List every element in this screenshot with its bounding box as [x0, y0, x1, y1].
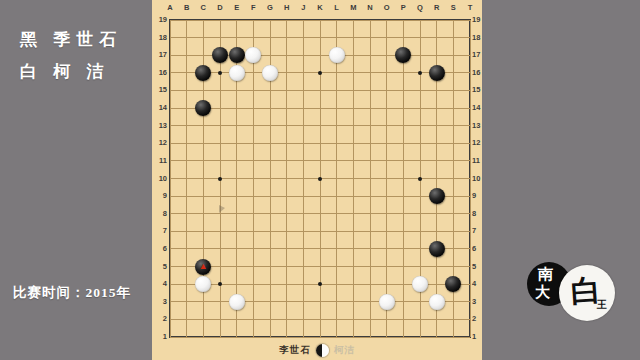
logo-white-disc: 白 王: [559, 265, 615, 321]
col-label: G: [264, 3, 276, 13]
black-stone: [395, 47, 411, 63]
row-label-right: 7: [472, 226, 487, 236]
row-label-right: 14: [472, 103, 487, 113]
logo-black-disc-char-1: 南: [538, 265, 553, 284]
col-label: O: [381, 3, 393, 13]
col-label: F: [247, 3, 259, 13]
black-stone: [229, 47, 245, 63]
row-label-left: 15: [152, 85, 167, 95]
white-stone: [429, 294, 445, 310]
row-label-right: 15: [472, 85, 487, 95]
row-label-right: 18: [472, 33, 487, 43]
row-label-left: 7: [152, 226, 167, 236]
row-label-left: 19: [152, 15, 167, 25]
row-label-right: 11: [472, 156, 487, 166]
black-stone: [445, 276, 461, 292]
white-stone: [379, 294, 395, 310]
star-point: [218, 177, 222, 181]
half-black-white-circle-icon: [316, 344, 329, 357]
row-label-right: 19: [472, 15, 487, 25]
row-label-right: 4: [472, 279, 487, 289]
row-label-right: 3: [472, 297, 487, 307]
star-point: [318, 282, 322, 286]
mouse-cursor: [219, 205, 225, 213]
grid-line: [170, 196, 470, 197]
col-label: T: [464, 3, 476, 13]
channel-logo: 南 大 白 王: [520, 252, 620, 342]
star-point: [218, 71, 222, 75]
white-player-label: 白 柯 洁: [20, 60, 110, 83]
black-player-name: 李世石: [279, 344, 311, 357]
grid-line: [170, 231, 470, 232]
white-stone: [245, 47, 261, 63]
row-label-left: 17: [152, 50, 167, 60]
row-label-right: 16: [472, 68, 487, 78]
row-label-left: 1: [152, 332, 167, 342]
row-label-left: 13: [152, 121, 167, 131]
black-stone: [195, 65, 211, 81]
black-player-label: 黑 季世石: [20, 28, 122, 51]
col-label: M: [347, 3, 359, 13]
go-board[interactable]: ▲ 李世石 柯洁 ABCDEFGHJKLMNOPQRST191918181717…: [152, 0, 482, 360]
col-label: A: [164, 3, 176, 13]
white-stone: [329, 47, 345, 63]
star-point: [318, 71, 322, 75]
row-label-left: 3: [152, 297, 167, 307]
col-label: L: [331, 3, 343, 13]
col-label: D: [214, 3, 226, 13]
row-label-right: 9: [472, 191, 487, 201]
last-move-marker: ▲: [199, 262, 208, 271]
logo-black-disc-char-2: 大: [535, 283, 550, 302]
row-label-right: 6: [472, 244, 487, 254]
grid-line: [353, 20, 354, 337]
grid-line: [170, 301, 470, 302]
white-stone: [229, 294, 245, 310]
grid-line: [403, 20, 404, 337]
row-label-left: 16: [152, 68, 167, 78]
black-stone: [429, 65, 445, 81]
star-point: [218, 282, 222, 286]
grid-line: [370, 20, 371, 337]
black-stone: ▲: [195, 259, 211, 275]
left-info-panel: 黑 季世石 白 柯 洁 比赛时间：2015年: [0, 0, 152, 360]
black-stone: [195, 100, 211, 116]
row-label-left: 14: [152, 103, 167, 113]
col-label: P: [397, 3, 409, 13]
row-label-right: 10: [472, 174, 487, 184]
col-label: H: [281, 3, 293, 13]
row-label-right: 2: [472, 314, 487, 324]
row-label-left: 6: [152, 244, 167, 254]
row-label-right: 13: [472, 121, 487, 131]
grid-line: [170, 337, 470, 338]
row-label-right: 12: [472, 138, 487, 148]
match-time-label: 比赛时间：2015年: [13, 284, 131, 302]
logo-white-disc-small-char: 王: [597, 298, 607, 312]
row-label-left: 11: [152, 156, 167, 166]
col-label: Q: [414, 3, 426, 13]
black-stone: [212, 47, 228, 63]
row-label-left: 4: [152, 279, 167, 289]
row-label-left: 12: [152, 138, 167, 148]
grid-line: [170, 213, 470, 214]
row-label-right: 1: [472, 332, 487, 342]
grid-line: [336, 20, 337, 337]
white-player-name: 柯洁: [334, 344, 355, 357]
col-label: B: [181, 3, 193, 13]
player-name-bar: 李世石 柯洁: [152, 342, 482, 358]
row-label-right: 5: [472, 262, 487, 272]
col-label: J: [297, 3, 309, 13]
star-point: [418, 71, 422, 75]
row-label-left: 8: [152, 209, 167, 219]
grid-line: [386, 20, 387, 337]
col-label: N: [364, 3, 376, 13]
white-stone: [412, 276, 428, 292]
white-stone: [195, 276, 211, 292]
black-stone: [429, 241, 445, 257]
star-point: [418, 177, 422, 181]
col-label: E: [231, 3, 243, 13]
white-stone: [229, 65, 245, 81]
grid-line: [170, 266, 470, 267]
col-label: K: [314, 3, 326, 13]
row-label-left: 9: [152, 191, 167, 201]
board-grid[interactable]: ▲: [170, 20, 470, 337]
star-point: [318, 177, 322, 181]
row-label-left: 10: [152, 174, 167, 184]
row-label-left: 5: [152, 262, 167, 272]
grid-line: [470, 20, 471, 337]
row-label-right: 8: [472, 209, 487, 219]
grid-line: [170, 248, 470, 249]
col-label: R: [431, 3, 443, 13]
col-label: S: [447, 3, 459, 13]
black-stone: [429, 188, 445, 204]
white-stone: [262, 65, 278, 81]
row-label-left: 18: [152, 33, 167, 43]
row-label-left: 2: [152, 314, 167, 324]
grid-line: [170, 319, 470, 320]
row-label-right: 17: [472, 50, 487, 60]
col-label: C: [197, 3, 209, 13]
